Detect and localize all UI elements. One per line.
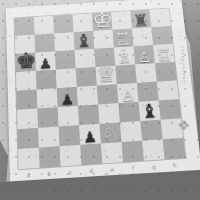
square-b7 bbox=[34, 33, 54, 52]
square-a8 bbox=[14, 17, 34, 36]
square-b2 bbox=[38, 126, 59, 147]
square-b5 bbox=[36, 70, 57, 90]
board-emblem-icon: ❖ bbox=[173, 115, 195, 137]
square-c5 bbox=[56, 68, 77, 88]
square-g5 bbox=[135, 63, 157, 83]
square-a1 bbox=[18, 148, 40, 170]
square-h8 bbox=[150, 9, 171, 28]
square-e2 bbox=[99, 122, 121, 143]
square-c8 bbox=[53, 15, 73, 34]
file-label-g: g bbox=[143, 161, 165, 172]
square-g2 bbox=[140, 120, 162, 141]
square-d4 bbox=[77, 86, 98, 106]
vinyl-chess-mat: ♔♜♝♖♚♟♗♙♖♕♟♙♝♟♘ abcdefgh ❖ bbox=[6, 0, 200, 190]
square-e3 bbox=[98, 103, 120, 124]
square-b3 bbox=[37, 107, 58, 128]
square-a3 bbox=[17, 108, 38, 129]
square-h4 bbox=[157, 80, 179, 100]
square-d1 bbox=[80, 143, 102, 164]
square-a6 bbox=[15, 53, 35, 73]
square-b1 bbox=[39, 146, 61, 168]
square-c7 bbox=[54, 32, 75, 51]
square-f7 bbox=[112, 28, 133, 47]
square-b6 bbox=[35, 51, 56, 71]
square-c1 bbox=[60, 145, 82, 167]
square-b8 bbox=[34, 16, 54, 35]
file-label-h: h bbox=[164, 160, 186, 171]
square-d7 bbox=[73, 31, 94, 50]
square-g1 bbox=[142, 139, 165, 160]
square-f6 bbox=[114, 46, 135, 65]
square-e4 bbox=[97, 84, 119, 104]
square-f3 bbox=[118, 102, 140, 123]
brand-marking bbox=[181, 46, 185, 83]
square-h5 bbox=[155, 62, 177, 82]
square-f5 bbox=[115, 64, 136, 84]
square-d6 bbox=[75, 49, 96, 68]
square-c4 bbox=[57, 87, 78, 107]
square-c6 bbox=[55, 50, 76, 70]
square-f1 bbox=[121, 141, 143, 162]
chessboard-photo: ♔♜♝♖♚♟♗♙♖♕♟♙♝♟♘ abcdefgh ❖ bbox=[0, 0, 200, 200]
file-label-f: f bbox=[122, 163, 144, 174]
square-f2 bbox=[120, 121, 142, 142]
square-e1 bbox=[101, 142, 123, 163]
square-c3 bbox=[58, 106, 79, 127]
square-a2 bbox=[18, 128, 39, 149]
square-a4 bbox=[16, 89, 37, 109]
board: ♔♜♝♖♚♟♗♙♖♕♟♙♝♟♘ bbox=[13, 8, 186, 171]
square-g7 bbox=[132, 27, 153, 46]
square-g3 bbox=[139, 100, 161, 121]
square-e8 bbox=[92, 12, 113, 31]
square-a7 bbox=[15, 35, 35, 54]
square-d5 bbox=[76, 67, 97, 87]
square-e5 bbox=[96, 66, 117, 86]
square-e6 bbox=[94, 48, 115, 67]
square-f8 bbox=[111, 11, 132, 30]
square-a5 bbox=[16, 71, 37, 91]
square-g6 bbox=[134, 45, 155, 64]
square-e7 bbox=[93, 30, 114, 49]
square-c2 bbox=[59, 125, 81, 146]
square-d8 bbox=[72, 13, 93, 32]
square-d3 bbox=[78, 104, 100, 125]
square-f4 bbox=[117, 83, 139, 103]
square-h1 bbox=[163, 138, 186, 159]
square-g4 bbox=[137, 82, 159, 102]
square-b4 bbox=[37, 88, 58, 108]
square-g8 bbox=[130, 10, 151, 29]
file-label-e: e bbox=[101, 164, 123, 175]
square-h6 bbox=[153, 44, 175, 63]
square-h7 bbox=[151, 26, 172, 45]
square-d2 bbox=[79, 124, 101, 145]
